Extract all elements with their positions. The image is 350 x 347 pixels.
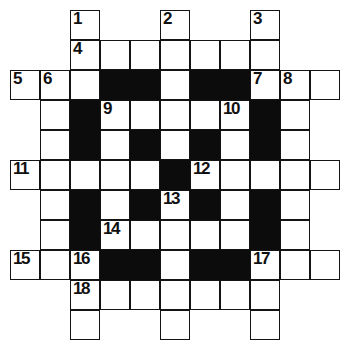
- cell-r5c3-white[interactable]: [100, 160, 130, 190]
- cell-r7c9-white[interactable]: [280, 220, 310, 250]
- cell-r2c2-white[interactable]: [70, 70, 100, 100]
- cell-r0c2-white[interactable]: 1: [70, 10, 100, 40]
- clue-number-3: 3: [253, 9, 261, 29]
- cell-r9c2-white[interactable]: 18: [70, 280, 100, 310]
- clue-number-17: 17: [253, 249, 269, 269]
- cell-r1c3-white[interactable]: [100, 40, 130, 70]
- cell-r6c9-white[interactable]: [280, 190, 310, 220]
- cell-r2c4-black: [130, 70, 160, 100]
- cell-r9c4-white[interactable]: [130, 280, 160, 310]
- cell-r4c1-white[interactable]: [40, 130, 70, 160]
- cell-r3c5-white[interactable]: [160, 100, 190, 130]
- cell-r8c4-black: [130, 250, 160, 280]
- cell-r0c5-white[interactable]: 2: [160, 10, 190, 40]
- cell-r6c2-black: [70, 190, 100, 220]
- cell-r9c8-white[interactable]: [250, 280, 280, 310]
- cell-r2c10-white[interactable]: [310, 70, 340, 100]
- cell-r2c8-white[interactable]: 7: [250, 70, 280, 100]
- cell-r4c7-white[interactable]: [220, 130, 250, 160]
- cell-r9c6-white[interactable]: [190, 280, 220, 310]
- cell-r7c5-white[interactable]: [160, 220, 190, 250]
- cell-r4c2-black: [70, 130, 100, 160]
- clue-number-1: 1: [73, 9, 81, 29]
- cell-r5c7-white[interactable]: [220, 160, 250, 190]
- cell-r1c2-white[interactable]: 4: [70, 40, 100, 70]
- clue-number-12: 12: [193, 159, 209, 179]
- cell-r7c4-white[interactable]: [130, 220, 160, 250]
- cell-r6c3-white[interactable]: [100, 190, 130, 220]
- cell-r3c8-black: [250, 100, 280, 130]
- cell-r7c8-black: [250, 220, 280, 250]
- cell-r5c1-white[interactable]: [40, 160, 70, 190]
- cell-r4c9-white[interactable]: [280, 130, 310, 160]
- cell-r6c4-black: [130, 190, 160, 220]
- cell-r7c3-white[interactable]: 14: [100, 220, 130, 250]
- cell-r5c8-white[interactable]: [250, 160, 280, 190]
- cell-r8c1-white[interactable]: [40, 250, 70, 280]
- clue-number-9: 9: [103, 99, 111, 119]
- cell-r1c6-white[interactable]: [190, 40, 220, 70]
- cell-r2c7-black: [220, 70, 250, 100]
- cell-r4c8-black: [250, 130, 280, 160]
- clue-number-10: 10: [223, 99, 239, 119]
- cell-r5c9-white[interactable]: [280, 160, 310, 190]
- clue-number-4: 4: [73, 39, 81, 59]
- crossword-page: 123456789101112131415161718: [0, 0, 350, 347]
- cell-r7c2-black: [70, 220, 100, 250]
- cell-r4c5-white[interactable]: [160, 130, 190, 160]
- cell-r7c6-white[interactable]: [190, 220, 220, 250]
- cell-r8c8-white[interactable]: 17: [250, 250, 280, 280]
- cell-r8c5-white[interactable]: [160, 250, 190, 280]
- cell-r5c6-white[interactable]: 12: [190, 160, 220, 190]
- cell-r6c1-white[interactable]: [40, 190, 70, 220]
- cell-r5c5-black: [160, 160, 190, 190]
- clue-number-11: 11: [13, 159, 28, 179]
- cell-r6c8-black: [250, 190, 280, 220]
- cell-r7c7-white[interactable]: [220, 220, 250, 250]
- cell-r9c5-white[interactable]: [160, 280, 190, 310]
- clue-number-6: 6: [43, 69, 51, 89]
- cell-r4c6-black: [190, 130, 220, 160]
- cell-r4c3-white[interactable]: [100, 130, 130, 160]
- cell-r5c0-white[interactable]: 11: [10, 160, 40, 190]
- cell-r2c3-black: [100, 70, 130, 100]
- clue-number-5: 5: [13, 69, 21, 89]
- cell-r5c4-white[interactable]: [130, 160, 160, 190]
- cell-r3c4-white[interactable]: [130, 100, 160, 130]
- cell-r10c5-white[interactable]: [160, 310, 190, 340]
- clue-number-8: 8: [283, 69, 291, 89]
- clue-number-16: 16: [73, 249, 89, 269]
- cell-r3c2-black: [70, 100, 100, 130]
- cell-r6c6-black: [190, 190, 220, 220]
- cell-r1c8-white[interactable]: [250, 40, 280, 70]
- cell-r8c3-black: [100, 250, 130, 280]
- crossword-grid: 123456789101112131415161718: [10, 10, 340, 340]
- cell-r8c0-white[interactable]: 15: [10, 250, 40, 280]
- cell-r3c1-white[interactable]: [40, 100, 70, 130]
- cell-r8c7-black: [220, 250, 250, 280]
- cell-r10c8-white[interactable]: [250, 310, 280, 340]
- clue-number-13: 13: [163, 189, 179, 209]
- clue-number-15: 15: [13, 249, 29, 269]
- cell-r8c2-white[interactable]: 16: [70, 250, 100, 280]
- clue-number-7: 7: [253, 69, 261, 89]
- cell-r3c9-white[interactable]: [280, 100, 310, 130]
- cell-r2c1-white[interactable]: 6: [40, 70, 70, 100]
- cell-r2c0-white[interactable]: 5: [10, 70, 40, 100]
- cell-r4c4-black: [130, 130, 160, 160]
- cell-r6c5-white[interactable]: 13: [160, 190, 190, 220]
- cell-r8c6-black: [190, 250, 220, 280]
- cell-r2c9-white[interactable]: 8: [280, 70, 310, 100]
- cell-r5c10-white[interactable]: [310, 160, 340, 190]
- cell-r3c6-white[interactable]: [190, 100, 220, 130]
- cell-r9c3-white[interactable]: [100, 280, 130, 310]
- cell-r3c7-white[interactable]: 10: [220, 100, 250, 130]
- cell-r2c5-white[interactable]: [160, 70, 190, 100]
- cell-r6c7-white[interactable]: [220, 190, 250, 220]
- cell-r0c8-white[interactable]: 3: [250, 10, 280, 40]
- cell-r7c1-white[interactable]: [40, 220, 70, 250]
- cell-r3c3-white[interactable]: 9: [100, 100, 130, 130]
- clue-number-2: 2: [163, 9, 171, 29]
- clue-number-18: 18: [73, 279, 89, 299]
- cell-r10c2-white[interactable]: [70, 310, 100, 340]
- clue-number-14: 14: [103, 219, 119, 239]
- cell-r8c9-white[interactable]: [280, 250, 310, 280]
- cell-r1c4-white[interactable]: [130, 40, 160, 70]
- cell-r1c7-white[interactable]: [220, 40, 250, 70]
- cell-r5c2-white[interactable]: [70, 160, 100, 190]
- cell-r2c6-black: [190, 70, 220, 100]
- cell-r8c10-white[interactable]: [310, 250, 340, 280]
- cell-r9c7-white[interactable]: [220, 280, 250, 310]
- cell-r1c5-white[interactable]: [160, 40, 190, 70]
